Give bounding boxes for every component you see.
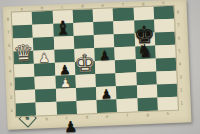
piece-white-king-d4: ♚ [74,51,97,76]
coord-label: 5 [177,44,182,57]
coord-label: 4 [178,57,183,70]
coord-label: 2 [179,83,184,96]
coord-label: 5 [7,52,12,65]
coord-label: 3 [178,70,183,83]
coord-label: f [117,113,137,118]
piece-white-pawn-b5: ♟ [38,51,50,64]
coord-label: 8 [6,13,11,26]
chess-board: abcdefgh abcdefgh 87654321 87654321 ♞ ♛♟… [3,0,192,130]
piece-black-pawn-e5: ♟ [99,48,111,61]
piece-black-knight-g5: ♞ [137,42,154,61]
piece-black-bishop-c7: ♝ [54,18,72,38]
piece-black-pawn-e2: ♟ [100,87,112,100]
coord-label: 7 [6,26,11,39]
coord-label: 3 [8,78,13,91]
coord-label: 7 [176,18,181,31]
offboard-captured-piece: ♟ [64,120,78,134]
pieces-layer: ♛♟♚♟♝♚♞♟♟♟ [12,6,178,117]
coord-label: 1 [10,104,15,117]
coord-label: 6 [7,39,12,52]
coord-label: h [158,112,178,117]
coord-label: 1 [179,96,184,109]
piece-white-pawn-c3: ♟ [59,76,71,89]
coord-label: 8 [176,5,181,18]
coord-label: g [138,112,158,117]
coord-label: e [97,114,117,119]
piece-black-pawn-c4: ♟ [59,63,71,76]
piece-black-king-g6: ♚ [133,23,156,48]
coord-label: 2 [9,91,14,104]
coord-label: b [36,117,56,122]
coord-label: 4 [8,65,13,78]
photo-background: abcdefgh abcdefgh 87654321 87654321 ♞ ♛♟… [0,0,200,134]
coord-label: 6 [177,31,182,44]
piece-white-queen-a5: ♛ [13,42,35,66]
coord-label: d [77,115,97,120]
